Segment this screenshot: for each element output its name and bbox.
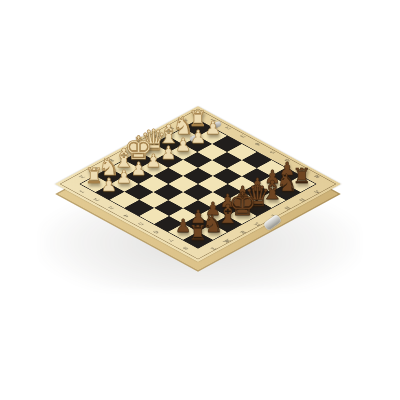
product-photo-chess-set: ААББВВГГДДЕЕЖЖЗЗ1122334455667788 ♜♞♝♛♚♝♞… <box>0 0 400 400</box>
white-pawn-h2: ♟ <box>101 176 117 194</box>
file-label: Б <box>297 197 306 202</box>
white-pawn-a2: ♟ <box>205 120 221 138</box>
rank-label: 4 <box>253 142 261 146</box>
file-label: А <box>312 189 321 194</box>
rank-label: 7 <box>166 238 174 242</box>
white-pawn-d2: ♟ <box>160 144 176 162</box>
rank-label: 4 <box>122 213 130 217</box>
rank-label: 5 <box>268 150 276 154</box>
rank-label: 1 <box>77 189 85 193</box>
file-label: Е <box>238 230 247 235</box>
rank-label: 6 <box>151 230 159 234</box>
white-pawn-c2: ♟ <box>175 136 191 154</box>
white-pawn-e2: ♟ <box>145 152 161 170</box>
rank-label: 5 <box>137 222 145 226</box>
white-pawn-b2: ♟ <box>190 128 206 146</box>
file-label: З <box>209 246 217 250</box>
rank-label: 8 <box>181 246 189 250</box>
rank-label: 8 <box>313 174 321 178</box>
rank-label: 2 <box>223 126 231 130</box>
black-rook-h8: ♜ <box>189 222 208 243</box>
rank-label: 3 <box>107 205 115 209</box>
rank-label: 3 <box>238 134 246 138</box>
white-pawn-g2: ♟ <box>116 168 132 186</box>
file-label: В <box>282 205 291 210</box>
rank-label: 2 <box>92 197 100 201</box>
file-label: Ж <box>221 238 232 244</box>
white-pawn-f2: ♟ <box>131 160 147 178</box>
